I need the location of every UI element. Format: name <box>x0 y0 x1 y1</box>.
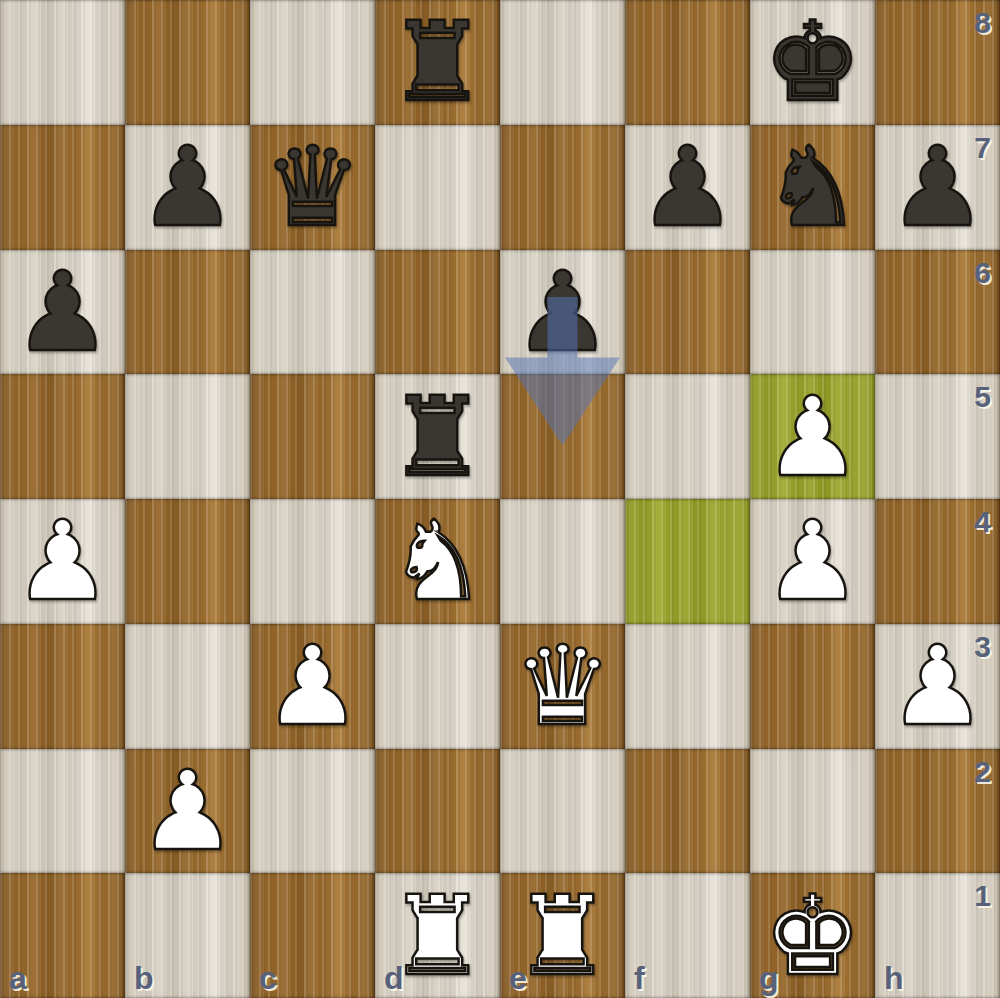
black-pawn-b7[interactable]: ♟ <box>138 132 237 242</box>
black-pawn-h7[interactable]: ♟ <box>888 132 987 242</box>
white-pawn-g5[interactable]: ♟ <box>763 382 862 492</box>
square-h5[interactable]: 5 <box>875 374 1000 499</box>
square-h4[interactable]: 4 <box>875 499 1000 624</box>
square-g5[interactable]: ♟ <box>750 374 875 499</box>
white-knight-d4[interactable]: ♞ <box>388 506 487 616</box>
square-a8[interactable] <box>0 0 125 125</box>
square-c7[interactable]: ♛ <box>250 125 375 250</box>
square-g3[interactable] <box>750 624 875 749</box>
square-f6[interactable] <box>625 250 750 375</box>
square-g8[interactable]: ♚ <box>750 0 875 125</box>
rank-label-4: 4 <box>974 505 991 539</box>
square-d8[interactable]: ♜ <box>375 0 500 125</box>
square-c2[interactable] <box>250 749 375 874</box>
square-a3[interactable] <box>0 624 125 749</box>
square-h8[interactable]: 8 <box>875 0 1000 125</box>
square-e2[interactable] <box>500 749 625 874</box>
square-e8[interactable] <box>500 0 625 125</box>
square-h7[interactable]: ♟7 <box>875 125 1000 250</box>
square-h3[interactable]: ♟3 <box>875 624 1000 749</box>
white-rook-e1[interactable]: ♜ <box>513 881 612 991</box>
square-e7[interactable] <box>500 125 625 250</box>
square-h6[interactable]: 6 <box>875 250 1000 375</box>
square-f7[interactable]: ♟ <box>625 125 750 250</box>
square-f5[interactable] <box>625 374 750 499</box>
black-rook-d8[interactable]: ♜ <box>388 7 487 117</box>
square-d7[interactable] <box>375 125 500 250</box>
square-d3[interactable] <box>375 624 500 749</box>
square-e3[interactable]: ♛ <box>500 624 625 749</box>
square-g4[interactable]: ♟ <box>750 499 875 624</box>
square-d2[interactable] <box>375 749 500 874</box>
rank-label-2: 2 <box>974 755 991 789</box>
square-h2[interactable]: 2 <box>875 749 1000 874</box>
square-c3[interactable]: ♟ <box>250 624 375 749</box>
square-e6[interactable]: ♟ <box>500 250 625 375</box>
rank-label-8: 8 <box>974 6 991 40</box>
black-pawn-a6[interactable]: ♟ <box>13 257 112 367</box>
square-d5[interactable]: ♜ <box>375 374 500 499</box>
square-b2[interactable]: ♟ <box>125 749 250 874</box>
square-c4[interactable] <box>250 499 375 624</box>
square-c5[interactable] <box>250 374 375 499</box>
file-label-h: h <box>884 960 904 997</box>
white-pawn-a4[interactable]: ♟ <box>13 506 112 616</box>
white-pawn-c3[interactable]: ♟ <box>263 631 362 741</box>
black-pawn-e6[interactable]: ♟ <box>513 257 612 367</box>
square-a4[interactable]: ♟ <box>0 499 125 624</box>
square-e5[interactable] <box>500 374 625 499</box>
rank-label-5: 5 <box>974 380 991 414</box>
square-c6[interactable] <box>250 250 375 375</box>
square-a7[interactable] <box>0 125 125 250</box>
square-f1[interactable]: f <box>625 873 750 998</box>
file-label-a: a <box>9 960 27 997</box>
white-king-g1[interactable]: ♚ <box>763 881 862 991</box>
square-e4[interactable] <box>500 499 625 624</box>
square-a1[interactable]: a <box>0 873 125 998</box>
white-pawn-b2[interactable]: ♟ <box>138 756 237 866</box>
square-a2[interactable] <box>0 749 125 874</box>
square-b3[interactable] <box>125 624 250 749</box>
white-rook-d1[interactable]: ♜ <box>388 881 487 991</box>
square-h1[interactable]: 1h <box>875 873 1000 998</box>
white-pawn-g4[interactable]: ♟ <box>763 506 862 616</box>
square-d4[interactable]: ♞ <box>375 499 500 624</box>
square-g1[interactable]: ♚g <box>750 873 875 998</box>
square-f2[interactable] <box>625 749 750 874</box>
square-f3[interactable] <box>625 624 750 749</box>
rank-label-6: 6 <box>974 256 991 290</box>
square-g7[interactable]: ♞ <box>750 125 875 250</box>
black-pawn-f7[interactable]: ♟ <box>638 132 737 242</box>
square-b6[interactable] <box>125 250 250 375</box>
square-d6[interactable] <box>375 250 500 375</box>
square-f8[interactable] <box>625 0 750 125</box>
file-label-f: f <box>634 960 645 997</box>
file-label-c: c <box>259 960 277 997</box>
file-label-b: b <box>134 960 154 997</box>
square-b4[interactable] <box>125 499 250 624</box>
rank-label-1: 1 <box>974 879 991 913</box>
square-b7[interactable]: ♟ <box>125 125 250 250</box>
black-king-g8[interactable]: ♚ <box>763 7 862 117</box>
square-d1[interactable]: ♜d <box>375 873 500 998</box>
square-b8[interactable] <box>125 0 250 125</box>
white-queen-e3[interactable]: ♛ <box>513 631 612 741</box>
black-knight-g7[interactable]: ♞ <box>763 132 862 242</box>
black-queen-c7[interactable]: ♛ <box>263 132 362 242</box>
black-rook-d5[interactable]: ♜ <box>388 382 487 492</box>
square-e1[interactable]: ♜e <box>500 873 625 998</box>
square-c8[interactable] <box>250 0 375 125</box>
square-a5[interactable] <box>0 374 125 499</box>
square-g2[interactable] <box>750 749 875 874</box>
square-b1[interactable]: b <box>125 873 250 998</box>
square-a6[interactable]: ♟ <box>0 250 125 375</box>
chess-board: ♜♚8♟♛♟♞♟7♟♟6♜♟5♟♞♟4♟♛♟3♟2abc♜d♜ef♚g1h <box>0 0 1000 998</box>
square-g6[interactable] <box>750 250 875 375</box>
square-f4[interactable] <box>625 499 750 624</box>
white-pawn-h3[interactable]: ♟ <box>888 631 987 741</box>
square-b5[interactable] <box>125 374 250 499</box>
square-c1[interactable]: c <box>250 873 375 998</box>
